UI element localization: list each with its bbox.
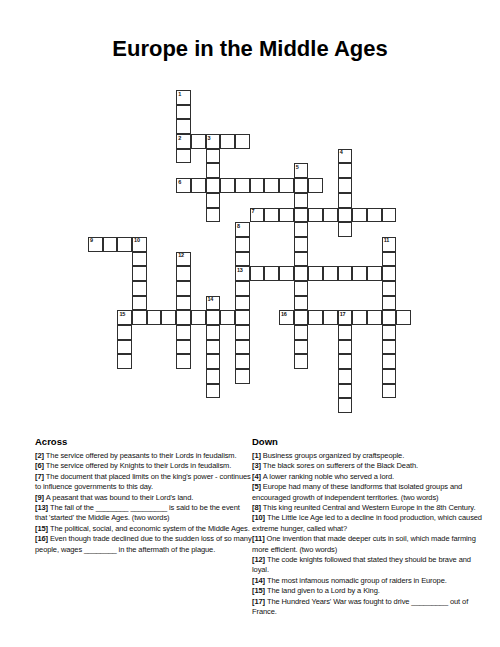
void-space <box>117 178 132 193</box>
void-space <box>103 281 118 296</box>
grid-cell-r3c10[interactable] <box>235 134 250 149</box>
grid-cell-r10c0[interactable]: 9 <box>88 237 103 252</box>
void-space <box>191 222 206 237</box>
grid-cell-r14c3[interactable] <box>132 296 147 311</box>
void-space <box>264 398 279 413</box>
grid-cell-r7c14[interactable] <box>294 193 309 208</box>
grid-cell-r10c10[interactable] <box>235 237 250 252</box>
grid-cell-r8c19[interactable] <box>367 208 382 223</box>
void-space <box>352 281 367 296</box>
clue-number-17: 17 <box>340 312 346 318</box>
void-space <box>308 193 323 208</box>
void-space <box>323 149 338 164</box>
void-space <box>88 354 103 369</box>
grid-cell-r6c7[interactable] <box>191 178 206 193</box>
void-space <box>367 325 382 340</box>
void-space <box>308 354 323 369</box>
grid-cell-r18c10[interactable] <box>235 354 250 369</box>
grid-cell-r15c13[interactable]: 16 <box>279 310 294 325</box>
void-space <box>235 105 250 120</box>
void-space <box>396 222 411 237</box>
void-space <box>279 134 294 149</box>
grid-cell-r6c10[interactable] <box>235 178 250 193</box>
void-space <box>279 296 294 311</box>
void-space <box>279 163 294 178</box>
void-space <box>323 369 338 384</box>
grid-cell-r16c8[interactable] <box>206 325 221 340</box>
void-space <box>367 222 382 237</box>
grid-cell-r20c8[interactable] <box>206 384 221 399</box>
grid-cell-r12c6[interactable] <box>176 266 191 281</box>
void-space <box>220 266 235 281</box>
grid-cell-r16c2[interactable] <box>117 325 132 340</box>
void-space <box>235 398 250 413</box>
void-space <box>206 237 221 252</box>
grid-cell-r12c15[interactable] <box>308 266 323 281</box>
grid-cell-r15c20[interactable] <box>382 310 397 325</box>
void-space <box>323 163 338 178</box>
grid-cell-r10c3[interactable]: 10 <box>132 237 147 252</box>
clue-number-label: [5] <box>252 482 263 491</box>
grid-cell-r21c17[interactable] <box>338 398 353 413</box>
void-space <box>250 237 265 252</box>
void-space <box>191 325 206 340</box>
grid-cell-r15c5[interactable] <box>161 310 176 325</box>
void-space <box>352 119 367 134</box>
void-space <box>352 296 367 311</box>
void-space <box>367 296 382 311</box>
void-space <box>147 281 162 296</box>
void-space <box>220 252 235 267</box>
void-space <box>88 384 103 399</box>
grid-cell-r13c6[interactable] <box>176 281 191 296</box>
clue-number-label: [15] <box>35 524 50 533</box>
clue-number-14: 14 <box>208 297 214 303</box>
void-space <box>352 384 367 399</box>
grid-cell-r15c16[interactable] <box>323 310 338 325</box>
grid-cell-r7c17[interactable] <box>338 193 353 208</box>
void-space <box>264 163 279 178</box>
void-space <box>206 119 221 134</box>
void-space <box>323 105 338 120</box>
grid-cell-r4c8[interactable] <box>206 149 221 164</box>
grid-cell-r8c15[interactable] <box>308 208 323 223</box>
grid-cell-r15c15[interactable] <box>308 310 323 325</box>
grid-cell-r12c17[interactable] <box>338 266 353 281</box>
grid-cell-r13c14[interactable] <box>294 281 309 296</box>
grid-cell-r3c7[interactable] <box>191 134 206 149</box>
void-space <box>161 340 176 355</box>
void-space <box>396 369 411 384</box>
grid-cell-r18c17[interactable] <box>338 354 353 369</box>
clue-number-13: 13 <box>237 268 243 274</box>
void-space <box>250 119 265 134</box>
void-space <box>367 90 382 105</box>
grid-cell-r14c14[interactable] <box>294 296 309 311</box>
grid-cell-r14c8[interactable]: 14 <box>206 296 221 311</box>
void-space <box>352 193 367 208</box>
void-space <box>220 296 235 311</box>
void-space <box>220 398 235 413</box>
grid-cell-r2c6[interactable] <box>176 119 191 134</box>
grid-cell-r12c3[interactable] <box>132 266 147 281</box>
void-space <box>117 281 132 296</box>
void-space <box>161 149 176 164</box>
void-space <box>279 237 294 252</box>
grid-cell-r8c18[interactable] <box>352 208 367 223</box>
grid-cell-r12c16[interactable] <box>323 266 338 281</box>
grid-cell-r17c20[interactable] <box>382 340 397 355</box>
void-space <box>117 398 132 413</box>
grid-cell-r8c12[interactable] <box>264 208 279 223</box>
void-space <box>132 384 147 399</box>
grid-cell-r16c14[interactable] <box>294 325 309 340</box>
void-space <box>264 340 279 355</box>
void-space <box>103 266 118 281</box>
void-space <box>220 237 235 252</box>
void-space <box>206 222 221 237</box>
crossword-grid: 1234567891011121314151617 <box>88 90 411 413</box>
grid-cell-r15c8[interactable] <box>206 310 221 325</box>
grid-cell-r14c20[interactable] <box>382 296 397 311</box>
grid-cell-r6c9[interactable] <box>220 178 235 193</box>
void-space <box>367 340 382 355</box>
void-space <box>338 105 353 120</box>
grid-cell-r12c18[interactable] <box>352 266 367 281</box>
grid-cell-r13c10[interactable] <box>235 281 250 296</box>
grid-cell-r13c3[interactable] <box>132 281 147 296</box>
void-space <box>323 398 338 413</box>
void-space <box>308 149 323 164</box>
grid-cell-r15c2[interactable]: 15 <box>117 310 132 325</box>
void-space <box>147 398 162 413</box>
grid-cell-r6c13[interactable] <box>279 178 294 193</box>
clue-number-label: [3] <box>252 461 263 470</box>
grid-cell-r3c9[interactable] <box>220 134 235 149</box>
void-space <box>396 134 411 149</box>
clue-number-15: 15 <box>119 312 125 318</box>
grid-cell-r15c3[interactable] <box>132 310 147 325</box>
void-space <box>352 237 367 252</box>
across-clues-list: [2] The service offered by peasants to t… <box>35 451 253 555</box>
void-space <box>88 252 103 267</box>
void-space <box>264 134 279 149</box>
void-space <box>323 90 338 105</box>
void-space <box>88 325 103 340</box>
void-space <box>338 134 353 149</box>
void-space <box>191 384 206 399</box>
void-space <box>132 193 147 208</box>
void-space <box>161 90 176 105</box>
grid-cell-r17c2[interactable] <box>117 340 132 355</box>
void-space <box>147 296 162 311</box>
grid-cell-r8c8[interactable] <box>206 208 221 223</box>
grid-cell-r12c11[interactable] <box>250 266 265 281</box>
void-space <box>88 208 103 223</box>
grid-cell-r10c1[interactable] <box>103 237 118 252</box>
void-space <box>161 178 176 193</box>
grid-cell-r6c12[interactable] <box>264 178 279 193</box>
grid-cell-r10c2[interactable] <box>117 237 132 252</box>
grid-cell-r11c6[interactable]: 12 <box>176 252 191 267</box>
void-space <box>191 398 206 413</box>
grid-cell-r17c8[interactable] <box>206 340 221 355</box>
void-space <box>132 178 147 193</box>
grid-cell-r16c20[interactable] <box>382 325 397 340</box>
void-space <box>250 398 265 413</box>
grid-cell-r15c19[interactable] <box>367 310 382 325</box>
void-space <box>161 325 176 340</box>
void-space <box>235 149 250 164</box>
void-space <box>308 398 323 413</box>
grid-cell-r15c17[interactable]: 17 <box>338 310 353 325</box>
grid-cell-r8c13[interactable] <box>279 208 294 223</box>
void-space <box>132 340 147 355</box>
void-space <box>132 90 147 105</box>
void-space <box>191 252 206 267</box>
grid-cell-r12c20[interactable] <box>382 266 397 281</box>
void-space <box>382 90 397 105</box>
void-space <box>220 193 235 208</box>
void-space <box>132 325 147 340</box>
clue-number-label: [12] <box>252 555 267 564</box>
void-space <box>161 252 176 267</box>
grid-cell-r15c4[interactable] <box>147 310 162 325</box>
void-space <box>103 134 118 149</box>
across-header: Across <box>35 436 253 447</box>
void-space <box>132 119 147 134</box>
grid-cell-r14c6[interactable] <box>176 296 191 311</box>
void-space <box>250 340 265 355</box>
grid-cell-r5c8[interactable] <box>206 163 221 178</box>
void-space <box>308 296 323 311</box>
grid-cell-r17c6[interactable] <box>176 340 191 355</box>
void-space <box>103 340 118 355</box>
grid-cell-r1c6[interactable] <box>176 105 191 120</box>
void-space <box>147 193 162 208</box>
grid-cell-r18c2[interactable] <box>117 354 132 369</box>
grid-cell-r19c8[interactable] <box>206 369 221 384</box>
clue-number-label: [6] <box>35 461 46 470</box>
void-space <box>147 237 162 252</box>
void-space <box>176 208 191 223</box>
void-space <box>264 252 279 267</box>
void-space <box>117 105 132 120</box>
grid-cell-r9c17[interactable] <box>338 222 353 237</box>
void-space <box>264 149 279 164</box>
grid-cell-r12c14[interactable] <box>294 266 309 281</box>
void-space <box>206 105 221 120</box>
grid-cell-r12c19[interactable] <box>367 266 382 281</box>
grid-cell-r15c21[interactable] <box>396 310 411 325</box>
void-space <box>264 310 279 325</box>
clue-number-label: [2] <box>35 451 46 460</box>
grid-cell-r6c6[interactable]: 6 <box>176 178 191 193</box>
void-space <box>117 384 132 399</box>
grid-cell-r4c6[interactable] <box>176 149 191 164</box>
void-space <box>161 222 176 237</box>
down-clue-14: [14] The most infamous nomadic group of … <box>252 576 482 586</box>
void-space <box>338 252 353 267</box>
grid-cell-r11c10[interactable] <box>235 252 250 267</box>
grid-cell-r6c15[interactable] <box>308 178 323 193</box>
grid-cell-r18c6[interactable] <box>176 354 191 369</box>
grid-cell-r19c20[interactable] <box>382 369 397 384</box>
grid-cell-r20c20[interactable] <box>382 384 397 399</box>
void-space <box>161 134 176 149</box>
void-space <box>279 398 294 413</box>
void-space <box>396 237 411 252</box>
void-space <box>220 354 235 369</box>
void-space <box>308 340 323 355</box>
grid-cell-r17c17[interactable] <box>338 340 353 355</box>
void-space <box>191 369 206 384</box>
void-space <box>382 178 397 193</box>
grid-cell-r8c11[interactable]: 7 <box>250 208 265 223</box>
void-space <box>147 178 162 193</box>
grid-cell-r11c20[interactable] <box>382 252 397 267</box>
grid-cell-r8c14[interactable] <box>294 208 309 223</box>
void-space <box>352 340 367 355</box>
void-space <box>117 208 132 223</box>
void-space <box>367 105 382 120</box>
grid-cell-r12c12[interactable] <box>264 266 279 281</box>
grid-cell-r5c14[interactable]: 5 <box>294 163 309 178</box>
grid-cell-r19c17[interactable] <box>338 369 353 384</box>
grid-cell-r13c20[interactable] <box>382 281 397 296</box>
grid-cell-r3c6[interactable]: 2 <box>176 134 191 149</box>
void-space <box>235 208 250 223</box>
down-clue-1: [1] Business groups organized by craftsp… <box>252 451 482 461</box>
grid-cell-r11c3[interactable] <box>132 252 147 267</box>
void-space <box>191 237 206 252</box>
grid-cell-r15c18[interactable] <box>352 310 367 325</box>
void-space <box>161 266 176 281</box>
grid-cell-r8c20[interactable] <box>382 208 397 223</box>
void-space <box>191 340 206 355</box>
grid-cell-r15c10[interactable] <box>235 310 250 325</box>
grid-cell-r18c8[interactable] <box>206 354 221 369</box>
grid-cell-r17c10[interactable] <box>235 340 250 355</box>
grid-cell-r14c10[interactable] <box>235 296 250 311</box>
grid-cell-r15c9[interactable] <box>220 310 235 325</box>
void-space <box>161 398 176 413</box>
grid-cell-r4c17[interactable]: 4 <box>338 149 353 164</box>
void-space <box>176 163 191 178</box>
clue-number-11: 11 <box>384 238 389 244</box>
void-space <box>352 134 367 149</box>
grid-cell-r20c17[interactable] <box>338 384 353 399</box>
void-space <box>220 384 235 399</box>
grid-cell-r18c14[interactable] <box>294 354 309 369</box>
void-space <box>294 90 309 105</box>
void-space <box>220 149 235 164</box>
clue-number-label: [17] <box>252 597 267 606</box>
down-clue-10: [10] The Little Ice Age led to a decline… <box>252 513 482 534</box>
grid-cell-r9c14[interactable] <box>294 222 309 237</box>
void-space <box>117 266 132 281</box>
void-space <box>367 354 382 369</box>
void-space <box>132 208 147 223</box>
across-clue-15: [15] The political, social, and economic… <box>35 524 253 534</box>
void-space <box>396 281 411 296</box>
grid-cell-r12c10[interactable]: 13 <box>235 266 250 281</box>
void-space <box>308 369 323 384</box>
clue-number-9: 9 <box>90 238 93 244</box>
grid-cell-r3c8[interactable]: 3 <box>206 134 221 149</box>
void-space <box>264 237 279 252</box>
grid-cell-r10c20[interactable]: 11 <box>382 237 397 252</box>
void-space <box>323 178 338 193</box>
grid-cell-r7c8[interactable] <box>206 193 221 208</box>
void-space <box>132 149 147 164</box>
void-space <box>352 149 367 164</box>
void-space <box>88 119 103 134</box>
grid-cell-r15c14[interactable] <box>294 310 309 325</box>
void-space <box>235 193 250 208</box>
grid-cell-r9c10[interactable]: 8 <box>235 222 250 237</box>
void-space <box>117 369 132 384</box>
void-space <box>352 90 367 105</box>
grid-cell-r5c17[interactable] <box>338 163 353 178</box>
void-space <box>382 163 397 178</box>
grid-cell-r6c11[interactable] <box>250 178 265 193</box>
void-space <box>117 134 132 149</box>
grid-cell-r19c10[interactable] <box>235 369 250 384</box>
void-space <box>352 222 367 237</box>
void-space <box>323 193 338 208</box>
grid-cell-r15c6[interactable] <box>176 310 191 325</box>
grid-cell-r16c6[interactable] <box>176 325 191 340</box>
grid-cell-r17c14[interactable] <box>294 340 309 355</box>
grid-cell-r11c14[interactable] <box>294 252 309 267</box>
void-space <box>103 252 118 267</box>
grid-cell-r0c6[interactable]: 1 <box>176 90 191 105</box>
grid-cell-r10c14[interactable] <box>294 237 309 252</box>
void-space <box>367 281 382 296</box>
grid-cell-r12c13[interactable] <box>279 266 294 281</box>
void-space <box>191 193 206 208</box>
grid-cell-r18c20[interactable] <box>382 354 397 369</box>
grid-cell-r6c14[interactable] <box>294 178 309 193</box>
void-space <box>117 90 132 105</box>
clue-number-label: [13] <box>35 503 50 512</box>
void-space <box>294 134 309 149</box>
clue-number-16: 16 <box>281 312 287 318</box>
void-space <box>367 384 382 399</box>
grid-cell-r6c17[interactable] <box>338 178 353 193</box>
void-space <box>250 90 265 105</box>
void-space <box>308 119 323 134</box>
void-space <box>279 90 294 105</box>
grid-cell-r8c17[interactable] <box>338 208 353 223</box>
clue-number-label: [16] <box>35 534 50 543</box>
grid-cell-r6c8[interactable] <box>206 178 221 193</box>
void-space <box>161 354 176 369</box>
void-space <box>323 384 338 399</box>
void-space <box>367 252 382 267</box>
grid-cell-r8c16[interactable] <box>323 208 338 223</box>
grid-cell-r15c7[interactable] <box>191 310 206 325</box>
void-space <box>161 105 176 120</box>
void-space <box>161 369 176 384</box>
void-space <box>338 237 353 252</box>
grid-cell-r16c17[interactable] <box>338 325 353 340</box>
void-space <box>396 105 411 120</box>
void-space <box>294 119 309 134</box>
grid-cell-r16c10[interactable] <box>235 325 250 340</box>
void-space <box>220 208 235 223</box>
